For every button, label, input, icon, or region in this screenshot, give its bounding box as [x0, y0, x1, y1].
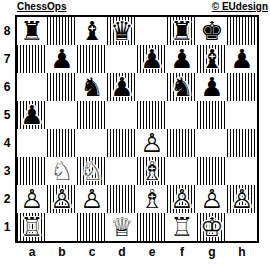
file-label-c: c: [77, 245, 107, 259]
square-h2[interactable]: ♙: [227, 185, 257, 213]
piece-black-knight-f6[interactable]: ♞: [170, 73, 193, 101]
square-h4[interactable]: [227, 129, 257, 157]
piece-white-pawn-c2[interactable]: ♙: [80, 185, 103, 213]
square-a6[interactable]: [17, 73, 47, 101]
square-b8[interactable]: [47, 17, 77, 45]
chessops-window: ChessOps © EUdesign ♜♝♛♜♚♟♟♟♝♟♞♟♞♟♟♙♘♘♗♙…: [0, 0, 270, 270]
square-b3[interactable]: ♘: [47, 157, 77, 185]
square-c6[interactable]: ♞: [77, 73, 107, 101]
square-b2[interactable]: ♙: [47, 185, 77, 213]
square-c5[interactable]: [77, 101, 107, 129]
file-label-g: g: [197, 245, 227, 259]
app-title-link[interactable]: ChessOps: [17, 1, 66, 12]
square-d4[interactable]: [107, 129, 137, 157]
rank-label-4: 4: [1, 129, 13, 157]
square-e4[interactable]: ♙: [137, 129, 167, 157]
rank-label-1: 1: [1, 213, 13, 241]
square-g8[interactable]: ♚: [197, 17, 227, 45]
piece-white-king-g1[interactable]: ♔: [200, 213, 223, 241]
square-e5[interactable]: [137, 101, 167, 129]
square-a4[interactable]: [17, 129, 47, 157]
piece-white-queen-d1[interactable]: ♕: [110, 213, 133, 241]
piece-white-pawn-g2[interactable]: ♙: [200, 185, 223, 213]
square-c8[interactable]: ♝: [77, 17, 107, 45]
square-g7[interactable]: ♝: [197, 45, 227, 73]
square-a7[interactable]: [17, 45, 47, 73]
piece-black-pawn-f7[interactable]: ♟: [170, 45, 193, 73]
piece-black-rook-a8[interactable]: ♜: [20, 17, 43, 45]
square-f3[interactable]: [167, 157, 197, 185]
square-d7[interactable]: [107, 45, 137, 73]
piece-white-pawn-e4[interactable]: ♙: [140, 129, 163, 157]
square-d1[interactable]: ♕: [107, 213, 137, 241]
piece-black-pawn-e7[interactable]: ♟: [140, 45, 163, 73]
square-g1[interactable]: ♔: [197, 213, 227, 241]
square-f4[interactable]: [167, 129, 197, 157]
square-a2[interactable]: ♙: [17, 185, 47, 213]
square-g2[interactable]: ♙: [197, 185, 227, 213]
piece-white-pawn-a2[interactable]: ♙: [20, 185, 43, 213]
square-f7[interactable]: ♟: [167, 45, 197, 73]
square-a5[interactable]: ♟: [17, 101, 47, 129]
square-f1[interactable]: ♖: [167, 213, 197, 241]
rank-labels: 87654321: [1, 17, 13, 241]
square-c4[interactable]: [77, 129, 107, 157]
file-label-f: f: [167, 245, 197, 259]
square-d3[interactable]: [107, 157, 137, 185]
file-labels: abcdefgh: [17, 245, 257, 259]
square-e7[interactable]: ♟: [137, 45, 167, 73]
square-e8[interactable]: [137, 17, 167, 45]
square-a1[interactable]: ♖: [17, 213, 47, 241]
square-b6[interactable]: [47, 73, 77, 101]
square-g3[interactable]: [197, 157, 227, 185]
rank-label-7: 7: [1, 45, 13, 73]
rank-label-8: 8: [1, 17, 13, 45]
piece-black-rook-f8[interactable]: ♜: [170, 17, 193, 45]
file-label-h: h: [227, 245, 257, 259]
piece-white-bishop-e3[interactable]: ♗: [140, 157, 163, 185]
piece-white-knight-c3[interactable]: ♘: [80, 157, 103, 185]
square-h7[interactable]: ♟: [227, 45, 257, 73]
piece-white-pawn-b2[interactable]: ♙: [50, 185, 73, 213]
piece-black-king-g8[interactable]: ♚: [200, 17, 223, 45]
piece-black-pawn-b7[interactable]: ♟: [50, 45, 73, 73]
file-label-e: e: [137, 245, 167, 259]
square-e3[interactable]: ♗: [137, 157, 167, 185]
square-c2[interactable]: ♙: [77, 185, 107, 213]
square-f8[interactable]: ♜: [167, 17, 197, 45]
square-h5[interactable]: [227, 101, 257, 129]
square-f2[interactable]: ♙: [167, 185, 197, 213]
rank-label-2: 2: [1, 185, 13, 213]
piece-black-pawn-a5[interactable]: ♟: [20, 101, 43, 129]
piece-white-pawn-f2[interactable]: ♙: [170, 185, 193, 213]
piece-black-pawn-g6[interactable]: ♟: [200, 73, 223, 101]
square-b4[interactable]: [47, 129, 77, 157]
square-b1[interactable]: [47, 213, 77, 241]
square-e2[interactable]: ♗: [137, 185, 167, 213]
piece-black-queen-d8[interactable]: ♛: [110, 17, 133, 45]
square-f5[interactable]: [167, 101, 197, 129]
square-g6[interactable]: ♟: [197, 73, 227, 101]
piece-black-pawn-d6[interactable]: ♟: [110, 73, 133, 101]
square-e6[interactable]: [137, 73, 167, 101]
rank-label-3: 3: [1, 157, 13, 185]
square-b7[interactable]: ♟: [47, 45, 77, 73]
square-a3[interactable]: [17, 157, 47, 185]
piece-white-bishop-e2[interactable]: ♗: [140, 185, 163, 213]
square-h3[interactable]: [227, 157, 257, 185]
piece-white-knight-b3[interactable]: ♘: [50, 157, 73, 185]
square-h8[interactable]: [227, 17, 257, 45]
piece-white-rook-f1[interactable]: ♖: [170, 213, 193, 241]
rank-label-5: 5: [1, 101, 13, 129]
square-d6[interactable]: ♟: [107, 73, 137, 101]
square-g5[interactable]: [197, 101, 227, 129]
square-f6[interactable]: ♞: [167, 73, 197, 101]
square-e1[interactable]: [137, 213, 167, 241]
file-label-b: b: [47, 245, 77, 259]
piece-black-bishop-c8[interactable]: ♝: [80, 17, 103, 45]
square-c1[interactable]: [77, 213, 107, 241]
file-label-d: d: [107, 245, 137, 259]
chess-board: ♜♝♛♜♚♟♟♟♝♟♞♟♞♟♟♙♘♘♗♙♙♙♗♙♙♙♖♕♖♔: [15, 15, 259, 243]
square-d8[interactable]: ♛: [107, 17, 137, 45]
rank-label-6: 6: [1, 73, 13, 101]
square-h6[interactable]: [227, 73, 257, 101]
square-d2[interactable]: [107, 185, 137, 213]
square-c3[interactable]: ♘: [77, 157, 107, 185]
piece-white-rook-a1[interactable]: ♖: [20, 213, 43, 241]
square-d5[interactable]: [107, 101, 137, 129]
square-a8[interactable]: ♜: [17, 17, 47, 45]
file-label-a: a: [17, 245, 47, 259]
credit-link[interactable]: © EUdesign: [212, 1, 268, 12]
square-h1[interactable]: [227, 213, 257, 241]
piece-white-pawn-h2[interactable]: ♙: [230, 185, 253, 213]
square-g4[interactable]: [197, 129, 227, 157]
piece-black-bishop-g7[interactable]: ♝: [200, 45, 223, 73]
square-b5[interactable]: [47, 101, 77, 129]
piece-black-knight-c6[interactable]: ♞: [80, 73, 103, 101]
square-c7[interactable]: [77, 45, 107, 73]
piece-black-pawn-h7[interactable]: ♟: [230, 45, 253, 73]
